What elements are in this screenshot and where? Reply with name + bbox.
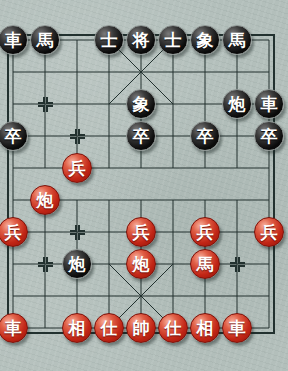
piece-black-general[interactable]: 将 <box>126 25 156 55</box>
piece-black-soldier[interactable]: 卒 <box>190 121 220 151</box>
piece-red-horse[interactable]: 馬 <box>190 249 220 279</box>
piece-red-advisor[interactable]: 仕 <box>94 313 124 343</box>
board-grid: 車馬士将士象馬象炮車卒卒卒卒炮兵炮兵兵兵兵炮馬車相仕帥仕相車 <box>0 24 285 344</box>
piece-black-elephant[interactable]: 象 <box>126 89 156 119</box>
piece-black-advisor[interactable]: 士 <box>94 25 124 55</box>
piece-red-chariot[interactable]: 車 <box>0 313 28 343</box>
piece-red-general[interactable]: 帥 <box>126 313 156 343</box>
piece-red-advisor[interactable]: 仕 <box>158 313 188 343</box>
piece-black-soldier[interactable]: 卒 <box>254 121 284 151</box>
piece-black-advisor[interactable]: 士 <box>158 25 188 55</box>
piece-black-cannon[interactable]: 炮 <box>222 89 252 119</box>
piece-red-soldier[interactable]: 兵 <box>0 217 28 247</box>
piece-black-soldier[interactable]: 卒 <box>0 121 28 151</box>
piece-red-soldier[interactable]: 兵 <box>62 153 92 183</box>
piece-red-chariot[interactable]: 車 <box>222 313 252 343</box>
piece-red-elephant[interactable]: 相 <box>190 313 220 343</box>
piece-red-soldier[interactable]: 兵 <box>190 217 220 247</box>
piece-red-soldier[interactable]: 兵 <box>254 217 284 247</box>
star-marker <box>38 97 53 112</box>
piece-red-cannon[interactable]: 炮 <box>126 249 156 279</box>
star-marker <box>70 129 85 144</box>
piece-black-chariot[interactable]: 車 <box>0 25 28 55</box>
star-marker <box>70 225 85 240</box>
star-marker <box>38 257 53 272</box>
xiangqi-board: 車馬士将士象馬象炮車卒卒卒卒炮兵炮兵兵兵兵炮馬車相仕帥仕相車 <box>0 0 288 371</box>
piece-red-cannon[interactable]: 炮 <box>30 185 60 215</box>
piece-black-soldier[interactable]: 卒 <box>126 121 156 151</box>
piece-black-cannon[interactable]: 炮 <box>62 249 92 279</box>
piece-red-soldier[interactable]: 兵 <box>126 217 156 247</box>
piece-black-elephant[interactable]: 象 <box>190 25 220 55</box>
star-marker <box>230 257 245 272</box>
piece-black-horse[interactable]: 馬 <box>222 25 252 55</box>
piece-red-elephant[interactable]: 相 <box>62 313 92 343</box>
piece-black-chariot[interactable]: 車 <box>254 89 284 119</box>
piece-black-horse[interactable]: 馬 <box>30 25 60 55</box>
